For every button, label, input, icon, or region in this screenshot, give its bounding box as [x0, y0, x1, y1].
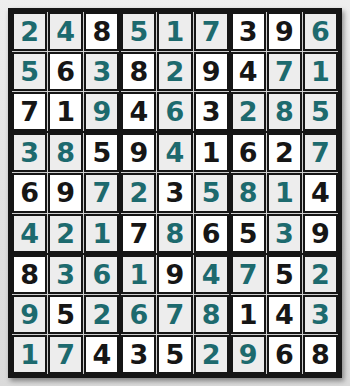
cell-r5c3[interactable]: 7	[84, 173, 119, 212]
cell-r9c3[interactable]: 4	[84, 335, 119, 374]
cell-r3c4[interactable]: 4	[121, 92, 156, 131]
cell-r1c4[interactable]: 5	[121, 12, 156, 51]
cell-r4c3[interactable]: 5	[84, 133, 119, 172]
cell-r2c9[interactable]: 1	[303, 52, 338, 91]
cell-r6c2[interactable]: 2	[48, 214, 83, 253]
cell-r8c6[interactable]: 8	[194, 295, 229, 334]
cell-r7c8[interactable]: 5	[267, 255, 302, 294]
cell-r9c5[interactable]: 5	[157, 335, 192, 374]
sudoku-box-9: 752143968	[230, 254, 339, 375]
cell-r6c6[interactable]: 6	[194, 214, 229, 253]
cell-r7c4[interactable]: 1	[121, 255, 156, 294]
cell-r1c3[interactable]: 8	[84, 12, 119, 51]
sudoku-box-7: 836952174	[11, 254, 120, 375]
sudoku-box-4: 385697421	[11, 132, 120, 253]
cell-r7c3[interactable]: 6	[84, 255, 119, 294]
cell-r7c9[interactable]: 2	[303, 255, 338, 294]
cell-r7c1[interactable]: 8	[12, 255, 47, 294]
cell-r8c5[interactable]: 7	[157, 295, 192, 334]
cell-r8c8[interactable]: 4	[267, 295, 302, 334]
cell-r1c8[interactable]: 9	[267, 12, 302, 51]
cell-r3c7[interactable]: 2	[231, 92, 266, 131]
cell-r8c3[interactable]: 2	[84, 295, 119, 334]
cell-r1c1[interactable]: 2	[12, 12, 47, 51]
cell-r2c4[interactable]: 8	[121, 52, 156, 91]
sudoku-box-3: 396471285	[230, 11, 339, 132]
cell-r6c1[interactable]: 4	[12, 214, 47, 253]
cell-r8c4[interactable]: 6	[121, 295, 156, 334]
cell-r7c6[interactable]: 4	[194, 255, 229, 294]
cell-r6c4[interactable]: 7	[121, 214, 156, 253]
cell-r9c4[interactable]: 3	[121, 335, 156, 374]
cell-r5c1[interactable]: 6	[12, 173, 47, 212]
cell-r4c5[interactable]: 4	[157, 133, 192, 172]
cell-r7c7[interactable]: 7	[231, 255, 266, 294]
cell-r9c1[interactable]: 1	[12, 335, 47, 374]
cell-r3c6[interactable]: 3	[194, 92, 229, 131]
cell-r5c5[interactable]: 3	[157, 173, 192, 212]
cell-r6c3[interactable]: 1	[84, 214, 119, 253]
cell-r9c7[interactable]: 9	[231, 335, 266, 374]
cell-r8c9[interactable]: 3	[303, 295, 338, 334]
cell-r3c5[interactable]: 6	[157, 92, 192, 131]
cell-r5c6[interactable]: 5	[194, 173, 229, 212]
cell-r5c7[interactable]: 8	[231, 173, 266, 212]
cell-r2c6[interactable]: 9	[194, 52, 229, 91]
cell-r2c7[interactable]: 4	[231, 52, 266, 91]
cell-r3c3[interactable]: 9	[84, 92, 119, 131]
cell-r2c3[interactable]: 3	[84, 52, 119, 91]
page-background: 2485637195178294633964712853856974219412…	[0, 0, 350, 386]
cell-r5c9[interactable]: 4	[303, 173, 338, 212]
cell-r1c9[interactable]: 6	[303, 12, 338, 51]
cell-r9c2[interactable]: 7	[48, 335, 83, 374]
cell-r6c7[interactable]: 5	[231, 214, 266, 253]
cell-r1c2[interactable]: 4	[48, 12, 83, 51]
cell-r4c9[interactable]: 7	[303, 133, 338, 172]
cell-r5c4[interactable]: 2	[121, 173, 156, 212]
cell-r8c7[interactable]: 1	[231, 295, 266, 334]
sudoku-box-8: 194678352	[120, 254, 229, 375]
cell-r9c9[interactable]: 8	[303, 335, 338, 374]
cell-r1c7[interactable]: 3	[231, 12, 266, 51]
cell-r3c9[interactable]: 5	[303, 92, 338, 131]
sudoku-board: 2485637195178294633964712853856974219412…	[8, 8, 342, 378]
cell-r8c1[interactable]: 9	[12, 295, 47, 334]
cell-r6c8[interactable]: 3	[267, 214, 302, 253]
cell-r2c2[interactable]: 6	[48, 52, 83, 91]
cell-r9c8[interactable]: 6	[267, 335, 302, 374]
cell-r5c2[interactable]: 9	[48, 173, 83, 212]
cell-r4c1[interactable]: 3	[12, 133, 47, 172]
cell-r4c7[interactable]: 6	[231, 133, 266, 172]
cell-r3c2[interactable]: 1	[48, 92, 83, 131]
cell-r1c5[interactable]: 1	[157, 12, 192, 51]
cell-r6c9[interactable]: 9	[303, 214, 338, 253]
cell-r8c2[interactable]: 5	[48, 295, 83, 334]
cell-r4c8[interactable]: 2	[267, 133, 302, 172]
cell-r2c8[interactable]: 7	[267, 52, 302, 91]
cell-r4c4[interactable]: 9	[121, 133, 156, 172]
cell-r3c8[interactable]: 8	[267, 92, 302, 131]
cell-r7c2[interactable]: 3	[48, 255, 83, 294]
cell-r3c1[interactable]: 7	[12, 92, 47, 131]
cell-r1c6[interactable]: 7	[194, 12, 229, 51]
cell-r5c8[interactable]: 1	[267, 173, 302, 212]
sudoku-box-5: 941235786	[120, 132, 229, 253]
sudoku-box-2: 517829463	[120, 11, 229, 132]
cell-r4c6[interactable]: 1	[194, 133, 229, 172]
sudoku-box-6: 627814539	[230, 132, 339, 253]
cell-r2c5[interactable]: 2	[157, 52, 192, 91]
cell-r2c1[interactable]: 5	[12, 52, 47, 91]
cell-r4c2[interactable]: 8	[48, 133, 83, 172]
cell-r6c5[interactable]: 8	[157, 214, 192, 253]
sudoku-box-1: 248563719	[11, 11, 120, 132]
cell-r7c5[interactable]: 9	[157, 255, 192, 294]
cell-r9c6[interactable]: 2	[194, 335, 229, 374]
